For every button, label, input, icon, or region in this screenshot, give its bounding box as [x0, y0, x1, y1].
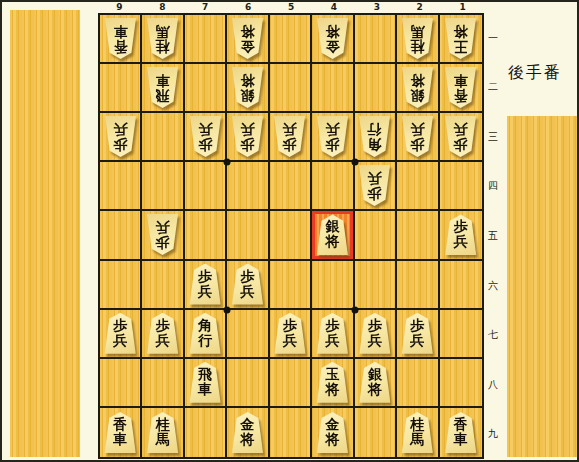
square-1五[interactable]: 歩兵: [440, 211, 482, 260]
piece-face: 香車: [104, 412, 137, 453]
piece-face: 歩兵: [444, 116, 477, 157]
piece-gote-歩兵[interactable]: 歩兵: [401, 116, 434, 157]
piece-face: 歩兵: [316, 116, 349, 157]
piece-sente-歩兵[interactable]: 歩兵: [358, 313, 391, 354]
square-2六[interactable]: [397, 261, 439, 310]
square-1四[interactable]: [440, 162, 482, 211]
square-1七[interactable]: [440, 310, 482, 359]
file-label-8: 8: [141, 2, 184, 13]
piece-gote-歩兵[interactable]: 歩兵: [146, 214, 179, 255]
square-8五[interactable]: 歩兵: [142, 211, 184, 260]
square-9五[interactable]: [100, 211, 142, 260]
square-4五[interactable]: 銀将: [312, 211, 354, 260]
square-9三[interactable]: 歩兵: [100, 113, 142, 162]
piece-face: 歩兵: [444, 214, 477, 255]
square-8三[interactable]: [142, 113, 184, 162]
piece-face: 香車: [444, 412, 477, 453]
piece-gote-飛車[interactable]: 飛車: [146, 67, 179, 108]
rank-label-一: 一: [485, 13, 501, 63]
square-3八[interactable]: 銀将: [355, 359, 397, 408]
piece-sente-金将[interactable]: 金将: [316, 412, 349, 453]
rank-label-五: 五: [485, 211, 501, 261]
square-7三[interactable]: 歩兵: [185, 113, 227, 162]
square-9四[interactable]: [100, 162, 142, 211]
piece-sente-銀将[interactable]: 銀将: [358, 362, 391, 403]
piece-face: 金将: [316, 412, 349, 453]
square-9二[interactable]: [100, 64, 142, 113]
square-3二[interactable]: [355, 64, 397, 113]
piece-gote-歩兵[interactable]: 歩兵: [444, 116, 477, 157]
piece-face: 香車: [104, 18, 137, 59]
piece-gote-金将[interactable]: 金将: [231, 18, 264, 59]
square-5六[interactable]: [270, 261, 312, 310]
square-7九[interactable]: [185, 408, 227, 457]
file-label-2: 2: [398, 2, 441, 13]
square-6七[interactable]: [227, 310, 269, 359]
piece-face: 歩兵: [273, 313, 306, 354]
rank-label-六: 六: [485, 261, 501, 311]
square-2二[interactable]: 銀将: [397, 64, 439, 113]
piece-gote-歩兵[interactable]: 歩兵: [189, 116, 222, 157]
piece-gote-歩兵[interactable]: 歩兵: [273, 116, 306, 157]
file-label-1: 1: [441, 2, 484, 13]
square-7二[interactable]: [185, 64, 227, 113]
piece-gote-香車[interactable]: 香車: [444, 67, 477, 108]
piece-face: 歩兵: [231, 264, 264, 305]
square-8一[interactable]: 桂馬: [142, 15, 184, 64]
square-1二[interactable]: 香車: [440, 64, 482, 113]
rank-labels: 一二三四五六七八九: [485, 13, 501, 459]
piece-gote-王将[interactable]: 王将: [444, 18, 477, 59]
square-7六[interactable]: 歩兵: [185, 261, 227, 310]
piece-sente-香車[interactable]: 香車: [104, 412, 137, 453]
piece-sente-玉将[interactable]: 玉将: [316, 362, 349, 403]
square-8二[interactable]: 飛車: [142, 64, 184, 113]
square-9六[interactable]: [100, 261, 142, 310]
square-2一[interactable]: 桂馬: [397, 15, 439, 64]
square-6五[interactable]: [227, 211, 269, 260]
piece-face: 桂馬: [146, 18, 179, 59]
board[interactable]: 香車桂馬金将金将桂馬王将飛車銀将銀将香車歩兵歩兵歩兵歩兵歩兵角行歩兵歩兵歩兵歩兵…: [100, 15, 482, 457]
piece-sente-香車[interactable]: 香車: [444, 412, 477, 453]
piece-sente-歩兵[interactable]: 歩兵: [444, 214, 477, 255]
square-5一[interactable]: [270, 15, 312, 64]
file-label-4: 4: [312, 2, 355, 13]
rank-label-九: 九: [485, 410, 501, 460]
square-7七[interactable]: 角行: [185, 310, 227, 359]
piece-gote-銀将[interactable]: 銀将: [231, 67, 264, 108]
piece-gote-歩兵[interactable]: 歩兵: [231, 116, 264, 157]
square-5三[interactable]: 歩兵: [270, 113, 312, 162]
piece-face: 歩兵: [146, 313, 179, 354]
square-3三[interactable]: 角行: [355, 113, 397, 162]
square-3七[interactable]: 歩兵: [355, 310, 397, 359]
shogi-diagram: 987654321 一二三四五六七八九 後手番 香車桂馬金将金将桂馬王将飛車銀将…: [0, 0, 579, 462]
piece-sente-歩兵[interactable]: 歩兵: [231, 264, 264, 305]
rank-label-七: 七: [485, 310, 501, 360]
piece-gote-歩兵[interactable]: 歩兵: [358, 165, 391, 206]
piece-face: 銀将: [316, 214, 349, 255]
square-3九[interactable]: [355, 408, 397, 457]
square-9九[interactable]: 香車: [100, 408, 142, 457]
square-5四[interactable]: [270, 162, 312, 211]
square-4八[interactable]: 玉将: [312, 359, 354, 408]
piece-sente-歩兵[interactable]: 歩兵: [401, 313, 434, 354]
piece-face: 歩兵: [273, 116, 306, 157]
square-5二[interactable]: [270, 64, 312, 113]
piece-face: 歩兵: [358, 313, 391, 354]
square-4九[interactable]: 金将: [312, 408, 354, 457]
square-4七[interactable]: 歩兵: [312, 310, 354, 359]
piece-face: 歩兵: [189, 116, 222, 157]
piece-face: 銀将: [401, 67, 434, 108]
square-8八[interactable]: [142, 359, 184, 408]
square-1六[interactable]: [440, 261, 482, 310]
piece-sente-桂馬[interactable]: 桂馬: [401, 412, 434, 453]
piece-face: 銀将: [358, 362, 391, 403]
file-label-9: 9: [98, 2, 141, 13]
square-5五[interactable]: [270, 211, 312, 260]
piece-face: 飛車: [146, 67, 179, 108]
piece-sente-歩兵[interactable]: 歩兵: [104, 313, 137, 354]
square-3五[interactable]: [355, 211, 397, 260]
piece-sente-歩兵[interactable]: 歩兵: [146, 313, 179, 354]
rank-label-三: 三: [485, 112, 501, 162]
square-5九[interactable]: [270, 408, 312, 457]
turn-indicator: 後手番: [508, 63, 562, 84]
square-4二[interactable]: [312, 64, 354, 113]
piece-gote-桂馬[interactable]: 桂馬: [146, 18, 179, 59]
piece-face: 桂馬: [401, 18, 434, 59]
square-8九[interactable]: 桂馬: [142, 408, 184, 457]
square-6一[interactable]: 金将: [227, 15, 269, 64]
sente-komadai: [507, 116, 579, 457]
piece-sente-金将[interactable]: 金将: [231, 412, 264, 453]
board-frame: 香車桂馬金将金将桂馬王将飛車銀将銀将香車歩兵歩兵歩兵歩兵歩兵角行歩兵歩兵歩兵歩兵…: [98, 13, 484, 459]
square-9一[interactable]: 香車: [100, 15, 142, 64]
piece-face: 歩兵: [104, 116, 137, 157]
square-7四[interactable]: [185, 162, 227, 211]
square-7八[interactable]: 飛車: [185, 359, 227, 408]
square-8七[interactable]: 歩兵: [142, 310, 184, 359]
piece-sente-飛車[interactable]: 飛車: [189, 362, 222, 403]
square-4一[interactable]: 金将: [312, 15, 354, 64]
piece-face: 角行: [358, 116, 391, 157]
square-4四[interactable]: [312, 162, 354, 211]
square-6三[interactable]: 歩兵: [227, 113, 269, 162]
piece-gote-金将[interactable]: 金将: [316, 18, 349, 59]
square-1八[interactable]: [440, 359, 482, 408]
piece-gote-銀将[interactable]: 銀将: [401, 67, 434, 108]
square-3六[interactable]: [355, 261, 397, 310]
piece-gote-角行[interactable]: 角行: [358, 116, 391, 157]
piece-sente-桂馬[interactable]: 桂馬: [146, 412, 179, 453]
square-2九[interactable]: 桂馬: [397, 408, 439, 457]
square-4六[interactable]: [312, 261, 354, 310]
square-3四[interactable]: 歩兵: [355, 162, 397, 211]
piece-face: 歩兵: [231, 116, 264, 157]
square-2五[interactable]: [397, 211, 439, 260]
gote-komadai: [10, 10, 80, 457]
piece-face: 歩兵: [189, 264, 222, 305]
piece-face: 香車: [444, 67, 477, 108]
piece-face: 歩兵: [401, 313, 434, 354]
file-label-5: 5: [270, 2, 313, 13]
square-3一[interactable]: [355, 15, 397, 64]
piece-sente-銀将[interactable]: 銀将: [316, 214, 349, 255]
file-label-6: 6: [227, 2, 270, 13]
square-6二[interactable]: 銀将: [227, 64, 269, 113]
square-2三[interactable]: 歩兵: [397, 113, 439, 162]
square-8四[interactable]: [142, 162, 184, 211]
rank-label-八: 八: [485, 360, 501, 410]
piece-face: 歩兵: [358, 165, 391, 206]
piece-face: 王将: [444, 18, 477, 59]
square-2四[interactable]: [397, 162, 439, 211]
square-2七[interactable]: 歩兵: [397, 310, 439, 359]
piece-face: 飛車: [189, 362, 222, 403]
piece-face: 金将: [316, 18, 349, 59]
square-6四[interactable]: [227, 162, 269, 211]
piece-face: 金将: [231, 18, 264, 59]
rank-label-二: 二: [485, 63, 501, 113]
piece-face: 歩兵: [146, 214, 179, 255]
file-label-7: 7: [184, 2, 227, 13]
rank-label-四: 四: [485, 162, 501, 212]
piece-face: 歩兵: [104, 313, 137, 354]
square-9七[interactable]: 歩兵: [100, 310, 142, 359]
square-4三[interactable]: 歩兵: [312, 113, 354, 162]
square-5七[interactable]: 歩兵: [270, 310, 312, 359]
piece-face: 歩兵: [316, 313, 349, 354]
square-1三[interactable]: 歩兵: [440, 113, 482, 162]
piece-face: 玉将: [316, 362, 349, 403]
square-7一[interactable]: [185, 15, 227, 64]
piece-face: 金将: [231, 412, 264, 453]
square-6八[interactable]: [227, 359, 269, 408]
piece-sente-歩兵[interactable]: 歩兵: [316, 313, 349, 354]
square-9八[interactable]: [100, 359, 142, 408]
piece-sente-歩兵[interactable]: 歩兵: [189, 264, 222, 305]
piece-sente-角行[interactable]: 角行: [189, 313, 222, 354]
square-1九[interactable]: 香車: [440, 408, 482, 457]
piece-gote-香車[interactable]: 香車: [104, 18, 137, 59]
piece-face: 桂馬: [401, 412, 434, 453]
square-8六[interactable]: [142, 261, 184, 310]
square-2八[interactable]: [397, 359, 439, 408]
piece-gote-歩兵[interactable]: 歩兵: [316, 116, 349, 157]
piece-face: 角行: [189, 313, 222, 354]
piece-gote-桂馬[interactable]: 桂馬: [401, 18, 434, 59]
piece-face: 銀将: [231, 67, 264, 108]
square-7五[interactable]: [185, 211, 227, 260]
square-1一[interactable]: 王将: [440, 15, 482, 64]
piece-sente-歩兵[interactable]: 歩兵: [273, 313, 306, 354]
piece-face: 桂馬: [146, 412, 179, 453]
file-labels: 987654321: [98, 2, 484, 13]
square-6六[interactable]: 歩兵: [227, 261, 269, 310]
file-label-3: 3: [355, 2, 398, 13]
piece-gote-歩兵[interactable]: 歩兵: [104, 116, 137, 157]
square-6九[interactable]: 金将: [227, 408, 269, 457]
piece-face: 歩兵: [401, 116, 434, 157]
square-5八[interactable]: [270, 359, 312, 408]
